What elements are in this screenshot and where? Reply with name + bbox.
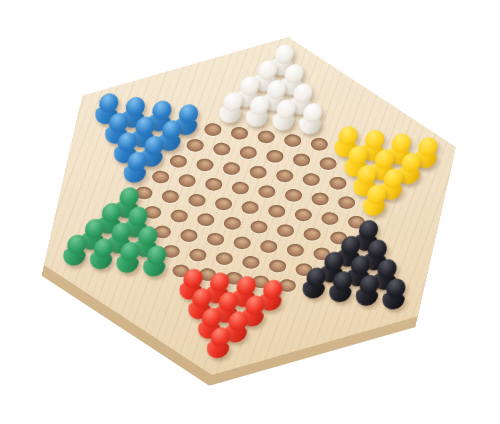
hole[interactable] — [240, 199, 260, 214]
board-cell — [268, 110, 299, 131]
hole[interactable] — [249, 219, 269, 234]
hole[interactable] — [212, 141, 232, 156]
hole[interactable] — [257, 184, 277, 199]
hole[interactable] — [215, 251, 235, 266]
hole[interactable] — [276, 223, 296, 238]
product-photo-stage — [0, 0, 500, 424]
hole[interactable] — [179, 228, 199, 243]
hole[interactable] — [239, 145, 259, 160]
board-cell — [112, 252, 143, 273]
hole[interactable] — [232, 235, 252, 250]
board-cell — [358, 195, 389, 216]
hole[interactable] — [170, 208, 190, 223]
hole[interactable] — [310, 191, 330, 206]
hole[interactable] — [160, 189, 180, 204]
hole[interactable] — [203, 121, 223, 136]
hole[interactable] — [205, 231, 225, 246]
board-cell — [86, 248, 117, 269]
hole[interactable] — [231, 180, 251, 195]
hole[interactable] — [188, 247, 208, 262]
hole[interactable] — [195, 157, 215, 172]
board-row — [202, 337, 233, 358]
hole[interactable] — [302, 226, 322, 241]
hole[interactable] — [204, 176, 224, 191]
hole[interactable] — [229, 125, 249, 140]
hole[interactable] — [267, 203, 287, 218]
hole[interactable] — [248, 164, 268, 179]
board-cell — [378, 289, 409, 310]
hole[interactable] — [275, 168, 295, 183]
board-cell — [119, 162, 150, 183]
hole[interactable] — [151, 169, 171, 184]
hole[interactable] — [292, 152, 312, 167]
hole[interactable] — [168, 153, 188, 168]
hole[interactable] — [328, 175, 348, 190]
board-cell — [325, 281, 356, 302]
hole[interactable] — [268, 258, 288, 273]
board-cell — [294, 113, 325, 134]
hole[interactable] — [284, 187, 304, 202]
hole[interactable] — [301, 171, 321, 186]
board-cell — [351, 285, 382, 306]
board-cell — [215, 102, 246, 123]
board-cell — [202, 337, 233, 358]
hole[interactable] — [337, 195, 357, 210]
hole[interactable] — [259, 238, 279, 253]
hole[interactable] — [187, 192, 207, 207]
hole[interactable] — [265, 148, 285, 163]
board-cell — [298, 278, 329, 299]
hole[interactable] — [196, 212, 216, 227]
hole[interactable] — [223, 215, 243, 230]
hole[interactable] — [293, 207, 313, 222]
hole[interactable] — [320, 210, 340, 225]
board-cell — [59, 245, 90, 266]
hole[interactable] — [285, 242, 305, 257]
hole[interactable] — [185, 137, 205, 152]
hole[interactable] — [177, 173, 197, 188]
chinese-checkers-board — [25, 11, 476, 400]
hole[interactable] — [213, 196, 233, 211]
hole[interactable] — [318, 156, 338, 171]
board-cell — [139, 256, 170, 277]
hole[interactable] — [221, 160, 241, 175]
hole[interactable] — [241, 254, 261, 269]
hole[interactable] — [309, 136, 329, 151]
hole[interactable] — [256, 129, 276, 144]
board-cell — [241, 106, 272, 127]
hole[interactable] — [283, 132, 303, 147]
board-wood-face — [25, 11, 476, 400]
